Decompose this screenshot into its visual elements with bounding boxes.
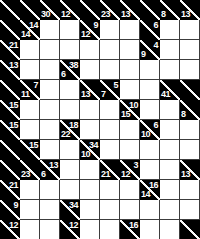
clue-cell-r0c5: 23	[100, 0, 120, 20]
block-cell-r4c0	[0, 80, 20, 100]
down-clue: 13	[81, 90, 90, 99]
entry-cell-r10c5[interactable]	[100, 200, 120, 220]
entry-cell-r11c7[interactable]	[140, 220, 160, 239]
entry-cell-r5c8[interactable]	[160, 100, 180, 120]
across-clue: 12	[9, 221, 18, 230]
down-clue: 21	[101, 170, 110, 179]
down-clue: 7	[101, 90, 106, 99]
entry-cell-r1c3[interactable]	[60, 20, 80, 40]
entry-cell-r6c8[interactable]	[160, 120, 180, 140]
clue-cell-r0c6: 13	[120, 0, 140, 20]
entry-cell-r8c4[interactable]	[80, 160, 100, 180]
entry-cell-r7c9[interactable]	[180, 140, 200, 160]
down-clue: 13	[181, 170, 190, 179]
clue-cell-r8c2: 136	[40, 160, 60, 180]
across-clue: 34	[89, 141, 98, 150]
clue-cell-r7c1: 15	[20, 140, 40, 160]
entry-cell-r3c7[interactable]	[140, 60, 160, 80]
clue-cell-r8c1: 23	[20, 160, 40, 180]
down-clue: 12	[61, 10, 70, 19]
clue-cell-r8c9: 13	[180, 160, 200, 180]
clue-cell-r6c0: 15	[0, 120, 20, 140]
entry-cell-r2c9[interactable]	[180, 40, 200, 60]
clue-cell-r0c2: 30	[40, 0, 60, 20]
entry-cell-r5c7[interactable]	[140, 100, 160, 120]
clue-cell-r5c9: 8	[180, 100, 200, 120]
down-clue: 10	[141, 130, 150, 139]
entry-cell-r6c5[interactable]	[100, 120, 120, 140]
entry-cell-r11c4[interactable]	[80, 220, 100, 239]
down-clue: 8	[161, 10, 166, 19]
entry-cell-r10c7[interactable]	[140, 200, 160, 220]
entry-cell-r7c6[interactable]	[120, 140, 140, 160]
clue-cell-r2c0: 21	[0, 40, 20, 60]
clue-cell-r9c0: 21	[0, 180, 20, 200]
clue-cell-r3c3: 386	[60, 60, 80, 80]
down-clue: 8	[181, 110, 186, 119]
down-clue: 10	[81, 150, 90, 159]
entry-cell-r5c2[interactable]	[40, 100, 60, 120]
block-cell-r0c1	[20, 0, 40, 20]
entry-cell-r10c4[interactable]	[80, 200, 100, 220]
entry-cell-r9c9[interactable]	[180, 180, 200, 200]
entry-cell-r2c8[interactable]	[160, 40, 180, 60]
clue-cell-r5c0: 15	[0, 100, 20, 120]
entry-cell-r10c2[interactable]	[40, 200, 60, 220]
entry-cell-r6c1[interactable]	[20, 120, 40, 140]
clue-cell-r4c8: 41	[160, 80, 180, 100]
entry-cell-r9c1[interactable]	[20, 180, 40, 200]
clue-cell-r8c6: 312	[120, 160, 140, 180]
entry-cell-r4c2[interactable]	[40, 80, 60, 100]
entry-cell-r8c3[interactable]	[60, 160, 80, 180]
entry-cell-r6c9[interactable]	[180, 120, 200, 140]
clue-cell-r6c7: 610	[140, 120, 160, 140]
clue-cell-r9c7: 1614	[140, 180, 160, 200]
entry-cell-r3c6[interactable]	[120, 60, 140, 80]
across-clue: 16	[129, 221, 138, 230]
entry-cell-r9c4[interactable]	[80, 180, 100, 200]
across-clue: 15	[29, 141, 38, 150]
across-clue: 21	[9, 41, 18, 50]
entry-cell-r4c6[interactable]	[120, 80, 140, 100]
entry-cell-r9c2[interactable]	[40, 180, 60, 200]
across-clue: 15	[9, 121, 18, 130]
block-cell-r7c0	[0, 140, 20, 160]
entry-cell-r2c3[interactable]	[60, 40, 80, 60]
entry-cell-r3c1[interactable]	[20, 60, 40, 80]
clue-cell-r1c1: 1414	[20, 20, 40, 40]
across-clue: 34	[69, 201, 78, 210]
down-clue: 30	[41, 10, 50, 19]
clue-cell-r4c1: 711	[20, 80, 40, 100]
entry-cell-r5c4[interactable]	[80, 100, 100, 120]
entry-cell-r11c8[interactable]	[160, 220, 180, 239]
entry-cell-r6c4[interactable]	[80, 120, 100, 140]
across-clue: 6	[153, 21, 158, 30]
across-clue: 16	[149, 181, 158, 190]
clue-cell-r6c3: 1822	[60, 120, 80, 140]
entry-cell-r10c8[interactable]	[160, 200, 180, 220]
clue-cell-r4c5: 57	[100, 80, 120, 100]
entry-cell-r2c2[interactable]	[40, 40, 60, 60]
clue-cell-r0c3: 12	[60, 0, 80, 20]
entry-cell-r3c5[interactable]	[100, 60, 120, 80]
clue-cell-r10c0: 9	[0, 200, 20, 220]
entry-cell-r7c8[interactable]	[160, 140, 180, 160]
across-clue: 14	[29, 21, 38, 30]
entry-cell-r7c7[interactable]	[140, 140, 160, 160]
across-clue: 7	[33, 81, 38, 90]
down-clue: 23	[21, 170, 30, 179]
clue-cell-r7c4: 3410	[80, 140, 100, 160]
entry-cell-r2c4[interactable]	[80, 40, 100, 60]
across-clue: 5	[113, 81, 118, 90]
clue-cell-r11c6: 16	[120, 220, 140, 239]
clue-cell-r2c7: 49	[140, 40, 160, 60]
entry-cell-r10c1[interactable]	[20, 200, 40, 220]
entry-cell-r11c2[interactable]	[40, 220, 60, 239]
across-clue: 38	[69, 61, 78, 70]
clue-cell-r1c4: 912	[80, 20, 100, 40]
across-clue: 13	[49, 161, 58, 170]
clue-cell-r8c5: 21	[100, 160, 120, 180]
entry-cell-r1c9[interactable]	[180, 20, 200, 40]
entry-cell-r8c7[interactable]	[140, 160, 160, 180]
across-clue: 13	[9, 61, 18, 70]
entry-cell-r1c6[interactable]	[120, 20, 140, 40]
entry-cell-r8c8[interactable]	[160, 160, 180, 180]
block-cell-r0c7	[140, 0, 160, 20]
entry-cell-r2c5[interactable]	[100, 40, 120, 60]
clue-cell-r3c0: 13	[0, 60, 20, 80]
block-cell-r11c9	[180, 220, 200, 239]
block-cell-r0c4	[80, 0, 100, 20]
entry-cell-r5c5[interactable]	[100, 100, 120, 120]
entry-cell-r7c3[interactable]	[60, 140, 80, 160]
entry-cell-r9c5[interactable]	[100, 180, 120, 200]
across-clue: 12	[69, 221, 78, 230]
entry-cell-r9c8[interactable]	[160, 180, 180, 200]
entry-cell-r10c9[interactable]	[180, 200, 200, 220]
block-cell-r1c0	[0, 20, 20, 40]
entry-cell-r3c2[interactable]	[40, 60, 60, 80]
across-clue: 21	[9, 181, 18, 190]
down-clue: 41	[161, 90, 170, 99]
down-clue: 12	[121, 170, 130, 179]
entry-cell-r3c4[interactable]	[80, 60, 100, 80]
clue-cell-r10c3: 34	[60, 200, 80, 220]
down-clue: 12	[81, 30, 90, 39]
down-clue: 6	[61, 70, 66, 79]
clue-cell-r4c4: 13	[80, 80, 100, 100]
entry-cell-r5c1[interactable]	[20, 100, 40, 120]
entry-cell-r4c7[interactable]	[140, 80, 160, 100]
down-clue: 13	[121, 10, 130, 19]
down-clue: 6	[41, 170, 46, 179]
clue-cell-r5c6: 1015	[120, 100, 140, 120]
down-clue: 13	[181, 10, 190, 19]
entry-cell-r2c1[interactable]	[20, 40, 40, 60]
entry-cell-r3c8[interactable]	[160, 60, 180, 80]
entry-cell-r10c6[interactable]	[120, 200, 140, 220]
block-cell-r8c0	[0, 160, 20, 180]
down-clue: 11	[21, 90, 30, 99]
entry-cell-r11c1[interactable]	[20, 220, 40, 239]
entry-cell-r7c2[interactable]	[40, 140, 60, 160]
across-clue: 4	[153, 41, 158, 50]
across-clue: 18	[69, 121, 78, 130]
entry-cell-r11c5[interactable]	[100, 220, 120, 239]
block-cell-r0c0	[0, 0, 20, 20]
entry-cell-r6c6[interactable]	[120, 120, 140, 140]
down-clue: 15	[121, 110, 130, 119]
entry-cell-r1c5[interactable]	[100, 20, 120, 40]
block-cell-r4c9	[180, 80, 200, 100]
entry-cell-r9c6[interactable]	[120, 180, 140, 200]
kakuro-board: 3012231381314149126214913386711135741151…	[0, 0, 200, 239]
entry-cell-r1c8[interactable]	[160, 20, 180, 40]
clue-cell-r1c7: 6	[140, 20, 160, 40]
clue-cell-r11c3: 12	[60, 220, 80, 239]
clue-cell-r0c8: 8	[160, 0, 180, 20]
entry-cell-r3c9[interactable]	[180, 60, 200, 80]
entry-cell-r5c3[interactable]	[60, 100, 80, 120]
entry-cell-r1c2[interactable]	[40, 20, 60, 40]
across-clue: 9	[13, 201, 18, 210]
down-clue: 9	[141, 50, 146, 59]
across-clue: 15	[9, 101, 18, 110]
down-clue: 22	[61, 130, 70, 139]
down-clue: 23	[101, 10, 110, 19]
entry-cell-r9c3[interactable]	[60, 180, 80, 200]
entry-cell-r6c2[interactable]	[40, 120, 60, 140]
entry-cell-r4c3[interactable]	[60, 80, 80, 100]
entry-cell-r2c6[interactable]	[120, 40, 140, 60]
clue-cell-r0c9: 13	[180, 0, 200, 20]
across-clue: 3	[133, 161, 138, 170]
clue-cell-r11c0: 12	[0, 220, 20, 239]
down-clue: 14	[141, 190, 150, 199]
across-clue: 10	[129, 101, 138, 110]
across-clue: 6	[153, 121, 158, 130]
across-clue: 9	[93, 21, 98, 30]
entry-cell-r7c5[interactable]	[100, 140, 120, 160]
down-clue: 14	[21, 30, 30, 39]
